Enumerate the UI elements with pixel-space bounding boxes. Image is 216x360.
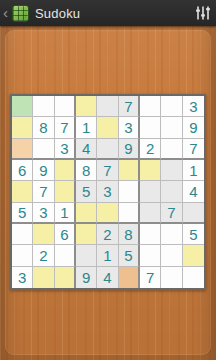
cell-r3c1[interactable] bbox=[12, 139, 33, 160]
cell-r5c8[interactable] bbox=[161, 181, 182, 202]
cell-r9c4[interactable]: 9 bbox=[76, 267, 97, 288]
cell-r2c9[interactable]: 9 bbox=[183, 117, 204, 138]
cell-r9c3[interactable] bbox=[55, 267, 76, 288]
cell-r1c8[interactable] bbox=[161, 96, 182, 117]
cell-r8c4[interactable] bbox=[76, 245, 97, 266]
cell-r4c2[interactable]: 9 bbox=[33, 160, 54, 181]
cell-r2c1[interactable] bbox=[12, 117, 33, 138]
cell-r2c6[interactable]: 3 bbox=[119, 117, 140, 138]
cell-r3c6[interactable]: 9 bbox=[119, 139, 140, 160]
cell-r8c2[interactable]: 2 bbox=[33, 245, 54, 266]
cell-r4c8[interactable] bbox=[161, 160, 182, 181]
cell-r5c3[interactable] bbox=[55, 181, 76, 202]
cell-r1c1[interactable] bbox=[12, 96, 33, 117]
cell-r8c5[interactable]: 1 bbox=[97, 245, 118, 266]
sudoku-board: 738713934927698717534531762852153947 bbox=[10, 94, 206, 290]
cell-r9c8[interactable] bbox=[161, 267, 182, 288]
cell-r4c7[interactable] bbox=[140, 160, 161, 181]
cell-r3c3[interactable]: 3 bbox=[55, 139, 76, 160]
cell-r7c7[interactable] bbox=[140, 224, 161, 245]
cell-r1c7[interactable] bbox=[140, 96, 161, 117]
cell-r7c2[interactable] bbox=[33, 224, 54, 245]
cell-r8c8[interactable] bbox=[161, 245, 182, 266]
cell-r1c6[interactable]: 7 bbox=[119, 96, 140, 117]
app-logo-sudoku-grid-icon bbox=[12, 5, 29, 22]
cell-r9c9[interactable] bbox=[183, 267, 204, 288]
cell-r5c4[interactable]: 5 bbox=[76, 181, 97, 202]
cell-r8c1[interactable] bbox=[12, 245, 33, 266]
cell-r4c9[interactable]: 1 bbox=[183, 160, 204, 181]
page-title: Sudoku bbox=[35, 6, 195, 21]
cell-r4c4[interactable]: 8 bbox=[76, 160, 97, 181]
cell-r1c9[interactable]: 3 bbox=[183, 96, 204, 117]
action-bar: ‹ Sudoku bbox=[0, 0, 216, 26]
cell-r2c4[interactable]: 1 bbox=[76, 117, 97, 138]
cell-r7c5[interactable]: 2 bbox=[97, 224, 118, 245]
cell-r7c9[interactable]: 5 bbox=[183, 224, 204, 245]
cell-r5c6[interactable] bbox=[119, 181, 140, 202]
cell-r6c4[interactable] bbox=[76, 203, 97, 224]
cell-r7c8[interactable] bbox=[161, 224, 182, 245]
cell-r7c4[interactable] bbox=[76, 224, 97, 245]
cell-r5c5[interactable]: 3 bbox=[97, 181, 118, 202]
cell-r1c2[interactable] bbox=[33, 96, 54, 117]
cell-r3c2[interactable] bbox=[33, 139, 54, 160]
cell-r9c7[interactable]: 7 bbox=[140, 267, 161, 288]
cell-r3c7[interactable]: 2 bbox=[140, 139, 161, 160]
cell-r2c5[interactable] bbox=[97, 117, 118, 138]
cell-r7c6[interactable]: 8 bbox=[119, 224, 140, 245]
cell-r8c9[interactable] bbox=[183, 245, 204, 266]
cell-r3c8[interactable] bbox=[161, 139, 182, 160]
cell-r6c8[interactable]: 7 bbox=[161, 203, 182, 224]
cell-r5c9[interactable]: 4 bbox=[183, 181, 204, 202]
cell-r9c5[interactable]: 4 bbox=[97, 267, 118, 288]
cell-r1c5[interactable] bbox=[97, 96, 118, 117]
cell-r5c1[interactable] bbox=[12, 181, 33, 202]
cell-r3c4[interactable]: 4 bbox=[76, 139, 97, 160]
cell-r8c3[interactable] bbox=[55, 245, 76, 266]
cell-r9c1[interactable]: 3 bbox=[12, 267, 33, 288]
cell-r6c1[interactable]: 5 bbox=[12, 203, 33, 224]
cell-r9c2[interactable] bbox=[33, 267, 54, 288]
cell-r3c9[interactable]: 7 bbox=[183, 139, 204, 160]
back-chevron-icon[interactable]: ‹ bbox=[1, 0, 10, 26]
cell-r2c8[interactable] bbox=[161, 117, 182, 138]
cell-r8c7[interactable] bbox=[140, 245, 161, 266]
cell-r4c6[interactable] bbox=[119, 160, 140, 181]
cell-r5c7[interactable] bbox=[140, 181, 161, 202]
cell-r1c3[interactable] bbox=[55, 96, 76, 117]
cell-r6c5[interactable] bbox=[97, 203, 118, 224]
cell-r7c1[interactable] bbox=[12, 224, 33, 245]
cell-r6c6[interactable] bbox=[119, 203, 140, 224]
cell-r6c3[interactable]: 1 bbox=[55, 203, 76, 224]
cell-r2c2[interactable]: 8 bbox=[33, 117, 54, 138]
cell-r3c5[interactable] bbox=[97, 139, 118, 160]
cell-r6c7[interactable] bbox=[140, 203, 161, 224]
cell-r5c2[interactable]: 7 bbox=[33, 181, 54, 202]
cell-r9c6[interactable] bbox=[119, 267, 140, 288]
settings-sliders-icon[interactable] bbox=[195, 5, 211, 21]
cell-r4c5[interactable]: 7 bbox=[97, 160, 118, 181]
cell-r2c7[interactable] bbox=[140, 117, 161, 138]
cell-r6c2[interactable]: 3 bbox=[33, 203, 54, 224]
cell-r2c3[interactable]: 7 bbox=[55, 117, 76, 138]
cell-r4c3[interactable] bbox=[55, 160, 76, 181]
cell-r6c9[interactable] bbox=[183, 203, 204, 224]
cell-r1c4[interactable] bbox=[76, 96, 97, 117]
cell-r8c6[interactable]: 5 bbox=[119, 245, 140, 266]
cell-r7c3[interactable]: 6 bbox=[55, 224, 76, 245]
page-root: { "app": { "title": "Sudoku", "back_glyp… bbox=[0, 0, 216, 360]
cell-r4c1[interactable]: 6 bbox=[12, 160, 33, 181]
